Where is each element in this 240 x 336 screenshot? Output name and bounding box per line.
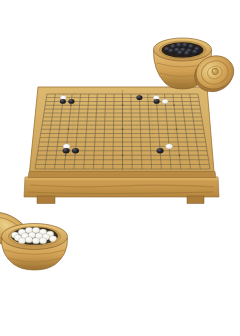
star-point: [70, 105, 72, 106]
white-stone-bowl: [0, 205, 68, 270]
bowl-stone-black: [192, 49, 199, 55]
bowl-stone-black: [177, 50, 184, 56]
board-stone-black: [72, 148, 79, 154]
star-point: [65, 155, 67, 156]
bowl-stone-black: [182, 43, 189, 49]
board-stone-black: [157, 148, 164, 154]
board-stone-black: [68, 99, 74, 104]
go-board: [24, 87, 219, 204]
star-point: [178, 155, 180, 156]
bowl-stone-black: [168, 49, 175, 55]
star-point: [173, 105, 175, 106]
bowl-stone-black: [184, 51, 191, 57]
bowl-stone-black: [176, 43, 183, 49]
bowl-stone-white: [32, 238, 40, 244]
board-stone-black: [60, 99, 66, 104]
bowl-stone-white: [39, 238, 47, 244]
product-photo-stage: [0, 0, 240, 336]
board-stone-white: [166, 144, 173, 149]
star-point: [122, 155, 124, 156]
board-stone-black: [63, 148, 70, 154]
board-stone-white: [162, 99, 168, 104]
star-point: [122, 105, 124, 106]
board-slab-edge: [28, 172, 216, 178]
board-stone-black: [154, 99, 160, 104]
board-stone-black: [136, 95, 142, 100]
star-point: [122, 129, 124, 130]
bowl-stone-white: [25, 237, 33, 243]
board-foot-right: [187, 196, 204, 204]
go-set-photo: [0, 0, 240, 336]
bowl-stone-white: [18, 238, 26, 244]
star-point: [176, 129, 178, 130]
board-foot-left: [37, 196, 55, 204]
star-point: [68, 129, 70, 130]
